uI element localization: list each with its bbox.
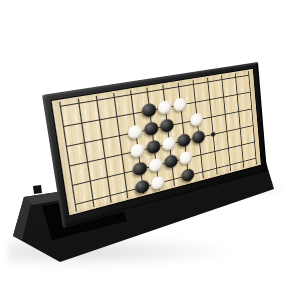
stone-white xyxy=(127,124,143,140)
grid-line-vertical xyxy=(235,73,244,167)
stone-black xyxy=(181,168,195,183)
grid-line-vertical xyxy=(207,78,218,175)
stone-white xyxy=(179,150,193,165)
star-point xyxy=(210,131,215,136)
product-photo xyxy=(0,0,300,300)
grid-line-horizontal xyxy=(63,92,251,127)
stone-black xyxy=(144,121,159,137)
stone-white xyxy=(150,175,165,191)
grid-line-vertical xyxy=(221,76,231,172)
stone-white xyxy=(157,100,172,115)
stone-black xyxy=(146,139,161,155)
stone-black xyxy=(132,161,148,177)
stone-white xyxy=(148,157,163,173)
stone-white xyxy=(173,97,188,112)
grid-line-vertical xyxy=(96,96,112,203)
stone-black xyxy=(192,130,206,145)
grid-line-vertical xyxy=(130,90,144,194)
stone-black xyxy=(141,103,157,119)
grid-line-vertical xyxy=(113,93,128,198)
stone-black xyxy=(177,133,191,148)
stone-white xyxy=(190,112,204,127)
stone-black xyxy=(159,118,174,133)
stone-black xyxy=(134,179,149,195)
stone-white xyxy=(162,136,177,151)
stone-black xyxy=(164,154,179,170)
grid-line-vertical xyxy=(193,80,204,178)
stone-white xyxy=(130,143,146,159)
grid-line-vertical xyxy=(78,99,95,207)
